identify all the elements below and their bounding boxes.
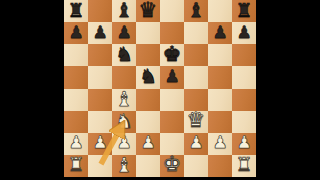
piece-white-pawn-h2: ♟ [236, 134, 251, 151]
piece-white-king-e1: ♚ [163, 155, 182, 176]
piece-white-pawn-b2: ♟ [92, 134, 107, 151]
square-b7[interactable]: ♟ [88, 22, 112, 44]
piece-white-pawn-c2: ♟ [116, 134, 131, 151]
square-e1[interactable]: ♚ [160, 155, 184, 177]
chess-board[interactable]: ♜♝♛♝♜♟♟♟♟♟♞♚♞♟♝♞♛♟♟♟♟♟♟♟♜♝♚♜ [64, 0, 256, 177]
piece-black-rook-h8: ♜ [235, 1, 252, 20]
square-c5[interactable] [112, 66, 136, 88]
square-g6[interactable] [208, 44, 232, 66]
square-f6[interactable] [184, 44, 208, 66]
square-d4[interactable] [136, 89, 160, 111]
square-g3[interactable] [208, 111, 232, 133]
piece-black-pawn-h7: ♟ [236, 24, 251, 41]
square-f1[interactable] [184, 155, 208, 177]
piece-white-knight-c3: ♞ [115, 111, 133, 131]
piece-white-pawn-a2: ♟ [68, 134, 83, 151]
square-b5[interactable] [88, 66, 112, 88]
square-g5[interactable] [208, 66, 232, 88]
square-d5[interactable]: ♞ [136, 66, 160, 88]
square-e7[interactable] [160, 22, 184, 44]
piece-white-pawn-g2: ♟ [212, 134, 227, 151]
square-d6[interactable] [136, 44, 160, 66]
square-d2[interactable]: ♟ [136, 133, 160, 155]
piece-black-pawn-b7: ♟ [92, 24, 107, 41]
square-b3[interactable] [88, 111, 112, 133]
square-a5[interactable] [64, 66, 88, 88]
piece-black-bishop-c8: ♝ [115, 0, 133, 20]
square-e4[interactable] [160, 89, 184, 111]
square-b8[interactable] [88, 0, 112, 22]
square-f5[interactable] [184, 66, 208, 88]
piece-black-knight-c6: ♞ [115, 44, 133, 64]
square-e8[interactable] [160, 0, 184, 22]
square-d1[interactable] [136, 155, 160, 177]
piece-white-pawn-d2: ♟ [140, 134, 155, 151]
square-h6[interactable] [232, 44, 256, 66]
square-a3[interactable] [64, 111, 88, 133]
piece-black-pawn-a7: ♟ [68, 24, 83, 41]
video-frame: ♜♝♛♝♜♟♟♟♟♟♞♚♞♟♝♞♛♟♟♟♟♟♟♟♜♝♚♜ [0, 0, 320, 180]
piece-black-queen-d8: ♛ [139, 0, 158, 21]
square-f7[interactable] [184, 22, 208, 44]
square-c4[interactable]: ♝ [112, 89, 136, 111]
square-g1[interactable] [208, 155, 232, 177]
piece-black-king-e6: ♚ [163, 44, 182, 65]
piece-white-bishop-c1: ♝ [115, 155, 133, 175]
square-g4[interactable] [208, 89, 232, 111]
square-h1[interactable]: ♜ [232, 155, 256, 177]
square-h5[interactable] [232, 66, 256, 88]
square-b2[interactable]: ♟ [88, 133, 112, 155]
square-h2[interactable]: ♟ [232, 133, 256, 155]
square-c2[interactable]: ♟ [112, 133, 136, 155]
square-d3[interactable] [136, 111, 160, 133]
square-d7[interactable] [136, 22, 160, 44]
square-e3[interactable] [160, 111, 184, 133]
square-h8[interactable]: ♜ [232, 0, 256, 22]
square-f4[interactable] [184, 89, 208, 111]
letterbox-right [256, 0, 320, 180]
square-g7[interactable]: ♟ [208, 22, 232, 44]
square-a7[interactable]: ♟ [64, 22, 88, 44]
square-f8[interactable]: ♝ [184, 0, 208, 22]
piece-black-rook-a8: ♜ [67, 1, 84, 20]
piece-black-bishop-f8: ♝ [187, 0, 205, 20]
square-a2[interactable]: ♟ [64, 133, 88, 155]
square-a1[interactable]: ♜ [64, 155, 88, 177]
square-b6[interactable] [88, 44, 112, 66]
square-d8[interactable]: ♛ [136, 0, 160, 22]
square-c1[interactable]: ♝ [112, 155, 136, 177]
square-a4[interactable] [64, 89, 88, 111]
board-bottom-edge [64, 177, 256, 180]
piece-black-pawn-g7: ♟ [212, 24, 227, 41]
square-b1[interactable] [88, 155, 112, 177]
piece-white-bishop-c4: ♝ [115, 89, 133, 109]
square-b4[interactable] [88, 89, 112, 111]
piece-white-rook-a1: ♜ [67, 155, 84, 174]
square-f2[interactable]: ♟ [184, 133, 208, 155]
square-e2[interactable] [160, 133, 184, 155]
square-h3[interactable] [232, 111, 256, 133]
square-e6[interactable]: ♚ [160, 44, 184, 66]
square-g8[interactable] [208, 0, 232, 22]
square-c3[interactable]: ♞ [112, 111, 136, 133]
square-a8[interactable]: ♜ [64, 0, 88, 22]
square-h7[interactable]: ♟ [232, 22, 256, 44]
square-e5[interactable]: ♟ [160, 66, 184, 88]
piece-black-pawn-e5: ♟ [164, 68, 179, 85]
square-c6[interactable]: ♞ [112, 44, 136, 66]
piece-black-pawn-c7: ♟ [116, 24, 131, 41]
letterbox-left [0, 0, 64, 180]
square-h4[interactable] [232, 89, 256, 111]
square-a6[interactable] [64, 44, 88, 66]
piece-black-knight-d5: ♞ [139, 66, 157, 86]
piece-white-rook-h1: ♜ [235, 155, 252, 174]
square-c7[interactable]: ♟ [112, 22, 136, 44]
square-f3[interactable]: ♛ [184, 111, 208, 133]
piece-white-pawn-f2: ♟ [188, 134, 203, 151]
square-g2[interactable]: ♟ [208, 133, 232, 155]
square-c8[interactable]: ♝ [112, 0, 136, 22]
piece-white-queen-f3: ♛ [187, 111, 206, 132]
